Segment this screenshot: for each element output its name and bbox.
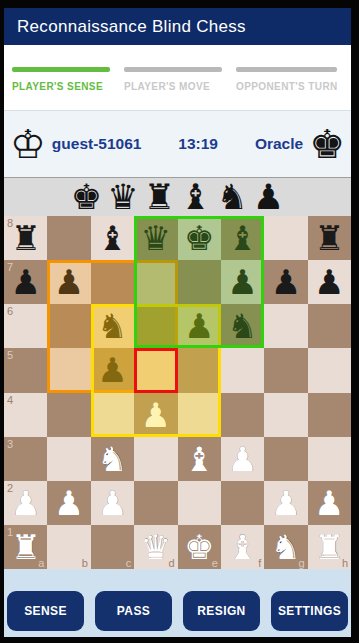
rank-label-5: 5 bbox=[7, 349, 13, 361]
black-king-icon: ♚ bbox=[309, 120, 345, 168]
square-c4[interactable] bbox=[91, 393, 134, 437]
square-a7[interactable]: 7♟ bbox=[4, 260, 47, 304]
file-label-d: d bbox=[168, 557, 174, 569]
square-a6[interactable]: 6 bbox=[4, 304, 47, 348]
square-d4[interactable]: ♙ bbox=[134, 393, 177, 437]
app-window: Reconnaissance Blind Chess PLAYER'S SENS… bbox=[4, 8, 351, 637]
square-b1[interactable]: b bbox=[47, 525, 90, 569]
black-knight-tray-icon: ♞ bbox=[216, 178, 247, 217]
square-a8[interactable]: 8♜ bbox=[4, 216, 47, 260]
black-rook-tray-icon: ♜ bbox=[144, 178, 175, 217]
square-b2[interactable]: ♙ bbox=[47, 481, 90, 525]
square-b7[interactable]: ♟ bbox=[47, 260, 90, 304]
chess-board: 8♜♝♛♚♝♜7♟♟♟♟♟6♞♟♞5♟4♙3♘♗♙2♙♙♙♙♙1a♖bcd♕e♔… bbox=[4, 216, 351, 569]
square-f4[interactable] bbox=[221, 393, 264, 437]
square-h7[interactable]: ♟ bbox=[308, 260, 351, 304]
square-e4[interactable] bbox=[178, 393, 221, 437]
square-c8[interactable]: ♝ bbox=[91, 216, 134, 260]
phase-players-move: PLAYER'S MOVE bbox=[124, 67, 222, 110]
black-bishop-c8: ♝ bbox=[91, 216, 134, 260]
square-e8[interactable]: ♚ bbox=[178, 216, 221, 260]
settings-button[interactable]: SETTINGS bbox=[271, 591, 348, 631]
white-pawn-g2: ♙ bbox=[264, 481, 307, 525]
square-c1[interactable]: c bbox=[91, 525, 134, 569]
board-area: 8♜♝♛♚♝♜7♟♟♟♟♟6♞♟♞5♟4♙3♘♗♙2♙♙♙♙♙1a♖bcd♕e♔… bbox=[4, 216, 351, 569]
black-player-name: Oracle bbox=[255, 135, 303, 153]
black-pawn-e6: ♟ bbox=[178, 304, 221, 348]
square-f7[interactable]: ♟ bbox=[221, 260, 264, 304]
pass-button[interactable]: PASS bbox=[95, 591, 172, 631]
square-h5[interactable] bbox=[308, 348, 351, 392]
square-d7[interactable] bbox=[134, 260, 177, 304]
white-pawn-b2: ♙ bbox=[47, 481, 90, 525]
square-b6[interactable] bbox=[47, 304, 90, 348]
phase-bar-opponent bbox=[236, 67, 337, 72]
phase-players-sense: PLAYER'S SENSE bbox=[12, 67, 110, 110]
white-king-icon: ♔ bbox=[10, 120, 46, 168]
square-d3[interactable] bbox=[134, 437, 177, 481]
white-player-name: guest-51061 bbox=[52, 135, 142, 153]
square-a1[interactable]: 1a♖ bbox=[4, 525, 47, 569]
square-g1[interactable]: g♘ bbox=[264, 525, 307, 569]
square-e5[interactable] bbox=[178, 348, 221, 392]
black-knight-c6: ♞ bbox=[91, 304, 134, 348]
black-knight-f6: ♞ bbox=[221, 304, 264, 348]
square-d2[interactable] bbox=[134, 481, 177, 525]
action-bar: SENSE PASS RESIGN SETTINGS bbox=[4, 569, 351, 637]
phase-bar-sense bbox=[12, 67, 110, 72]
square-b3[interactable] bbox=[47, 437, 90, 481]
black-bishop-f8: ♝ bbox=[221, 216, 264, 260]
square-h3[interactable] bbox=[308, 437, 351, 481]
square-c5[interactable]: ♟ bbox=[91, 348, 134, 392]
square-c2[interactable]: ♙ bbox=[91, 481, 134, 525]
square-g7[interactable]: ♟ bbox=[264, 260, 307, 304]
white-pawn-d4: ♙ bbox=[134, 393, 177, 437]
square-a3[interactable]: 3 bbox=[4, 437, 47, 481]
square-f5[interactable] bbox=[221, 348, 264, 392]
square-e6[interactable]: ♟ bbox=[178, 304, 221, 348]
square-e1[interactable]: e♔ bbox=[178, 525, 221, 569]
rank-label-7: 7 bbox=[7, 261, 13, 273]
rank-label-6: 6 bbox=[7, 305, 13, 317]
phase-opponents-turn: OPPONENT'S TURN bbox=[236, 67, 337, 110]
square-g5[interactable] bbox=[264, 348, 307, 392]
phase-label-opponent: OPPONENT'S TURN bbox=[236, 81, 337, 92]
square-g3[interactable] bbox=[264, 437, 307, 481]
phase-label-move: PLAYER'S MOVE bbox=[124, 81, 222, 92]
white-bishop-e3: ♗ bbox=[178, 437, 221, 481]
file-label-g: g bbox=[299, 557, 305, 569]
black-bishop-tray-icon: ♝ bbox=[180, 178, 211, 217]
square-f8[interactable]: ♝ bbox=[221, 216, 264, 260]
black-queen-d8: ♛ bbox=[134, 216, 177, 260]
file-label-c: c bbox=[126, 557, 132, 569]
square-h8[interactable]: ♜ bbox=[308, 216, 351, 260]
square-b8[interactable] bbox=[47, 216, 90, 260]
square-b5[interactable] bbox=[47, 348, 90, 392]
square-g8[interactable] bbox=[264, 216, 307, 260]
square-f2[interactable] bbox=[221, 481, 264, 525]
black-pawn-tray-icon: ♟ bbox=[253, 178, 284, 217]
sense-button[interactable]: SENSE bbox=[7, 591, 84, 631]
black-pawn-g7: ♟ bbox=[264, 260, 307, 304]
resign-button[interactable]: RESIGN bbox=[183, 591, 260, 631]
square-a4[interactable]: 4 bbox=[4, 393, 47, 437]
rank-label-1: 1 bbox=[7, 526, 13, 538]
square-c3[interactable]: ♘ bbox=[91, 437, 134, 481]
rank-label-8: 8 bbox=[7, 217, 13, 229]
black-rook-h8: ♜ bbox=[308, 216, 351, 260]
phone-frame: Reconnaissance Blind Chess PLAYER'S SENS… bbox=[0, 0, 359, 643]
file-label-a: a bbox=[38, 557, 44, 569]
square-d6[interactable] bbox=[134, 304, 177, 348]
square-g6[interactable] bbox=[264, 304, 307, 348]
rank-label-2: 2 bbox=[7, 482, 13, 494]
file-label-h: h bbox=[342, 557, 348, 569]
square-e7[interactable] bbox=[178, 260, 221, 304]
square-g2[interactable]: ♙ bbox=[264, 481, 307, 525]
square-e2[interactable] bbox=[178, 481, 221, 525]
black-pawn-b7: ♟ bbox=[47, 260, 90, 304]
black-king-e8: ♚ bbox=[178, 216, 221, 260]
phase-label-sense: PLAYER'S SENSE bbox=[12, 81, 110, 92]
square-h2[interactable]: ♙ bbox=[308, 481, 351, 525]
square-e3[interactable]: ♗ bbox=[178, 437, 221, 481]
square-h1[interactable]: h♖ bbox=[308, 525, 351, 569]
players-bar: ♔ guest-51061 13:19 Oracle ♚ bbox=[4, 110, 351, 177]
square-d1[interactable]: d♕ bbox=[134, 525, 177, 569]
square-a5[interactable]: 5 bbox=[4, 348, 47, 392]
square-h6[interactable] bbox=[308, 304, 351, 348]
black-pieces-tray: ♚♛♜♝♞♟ bbox=[4, 177, 351, 216]
rank-label-3: 3 bbox=[7, 438, 13, 450]
black-queen-tray-icon: ♛ bbox=[107, 178, 138, 217]
black-pawn-c5: ♟ bbox=[91, 348, 134, 392]
square-c6[interactable]: ♞ bbox=[91, 304, 134, 348]
black-pawn-f7: ♟ bbox=[221, 260, 264, 304]
phase-bar-move bbox=[124, 67, 222, 72]
file-label-e: e bbox=[212, 557, 218, 569]
square-c7[interactable] bbox=[91, 260, 134, 304]
square-a2[interactable]: 2♙ bbox=[4, 481, 47, 525]
square-d5[interactable] bbox=[134, 348, 177, 392]
black-king-tray-icon: ♚ bbox=[71, 178, 102, 217]
square-g4[interactable] bbox=[264, 393, 307, 437]
game-clock: 13:19 bbox=[178, 135, 218, 153]
white-knight-c3: ♘ bbox=[91, 437, 134, 481]
file-label-b: b bbox=[82, 557, 88, 569]
square-f3[interactable]: ♙ bbox=[221, 437, 264, 481]
square-f1[interactable]: f♗ bbox=[221, 525, 264, 569]
square-b4[interactable] bbox=[47, 393, 90, 437]
file-label-f: f bbox=[258, 557, 261, 569]
black-pawn-h7: ♟ bbox=[308, 260, 351, 304]
phase-progress: PLAYER'S SENSE PLAYER'S MOVE OPPONENT'S … bbox=[4, 45, 351, 110]
white-pawn-f3: ♙ bbox=[221, 437, 264, 481]
square-d8[interactable]: ♛ bbox=[134, 216, 177, 260]
square-f6[interactable]: ♞ bbox=[221, 304, 264, 348]
white-pawn-h2: ♙ bbox=[308, 481, 351, 525]
app-header: Reconnaissance Blind Chess bbox=[4, 8, 351, 45]
app-title: Reconnaissance Blind Chess bbox=[17, 17, 246, 37]
square-h4[interactable] bbox=[308, 393, 351, 437]
rank-label-4: 4 bbox=[7, 394, 13, 406]
white-pawn-c2: ♙ bbox=[91, 481, 134, 525]
